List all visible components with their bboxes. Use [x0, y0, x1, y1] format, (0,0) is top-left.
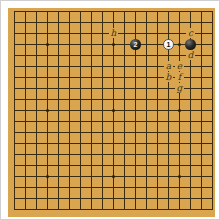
board-intersection[interactable]	[86, 61, 97, 72]
board-intersection[interactable]	[31, 39, 42, 50]
board-intersection[interactable]	[97, 160, 108, 171]
board-intersection[interactable]	[152, 61, 163, 72]
board-intersection[interactable]	[196, 61, 207, 72]
board-intersection[interactable]	[31, 6, 42, 17]
board-intersection[interactable]	[119, 61, 130, 72]
board-intersection[interactable]	[174, 138, 185, 149]
board-intersection[interactable]	[119, 171, 130, 182]
board-intersection[interactable]	[130, 17, 141, 28]
board-intersection[interactable]	[163, 193, 174, 204]
board-intersection[interactable]	[185, 6, 196, 17]
board-intersection[interactable]	[53, 94, 64, 105]
board-intersection[interactable]: h	[108, 28, 119, 39]
board-intersection[interactable]	[130, 72, 141, 83]
board-intersection[interactable]	[97, 105, 108, 116]
board-intersection[interactable]	[64, 160, 75, 171]
board-intersection[interactable]	[207, 204, 218, 215]
board-intersection[interactable]	[86, 127, 97, 138]
board-intersection[interactable]	[9, 105, 20, 116]
board-intersection[interactable]	[130, 204, 141, 215]
board-intersection[interactable]	[207, 28, 218, 39]
board-intersection[interactable]	[97, 83, 108, 94]
board-intersection[interactable]	[207, 127, 218, 138]
board-intersection[interactable]	[97, 182, 108, 193]
board-intersection[interactable]	[20, 17, 31, 28]
board-intersection[interactable]	[86, 105, 97, 116]
board-intersection[interactable]: d	[185, 50, 196, 61]
board-intersection[interactable]	[64, 193, 75, 204]
black-stone-2[interactable]: 2	[130, 39, 141, 50]
board-intersection[interactable]	[64, 6, 75, 17]
board-intersection[interactable]	[75, 72, 86, 83]
board-intersection[interactable]: f	[174, 72, 185, 83]
board-intersection[interactable]	[141, 193, 152, 204]
board-intersection[interactable]	[130, 94, 141, 105]
board-intersection[interactable]	[53, 28, 64, 39]
board-intersection[interactable]	[130, 83, 141, 94]
board-intersection[interactable]	[108, 39, 119, 50]
board-intersection[interactable]	[53, 105, 64, 116]
board-intersection[interactable]	[163, 28, 174, 39]
board-intersection[interactable]	[9, 39, 20, 50]
board-intersection[interactable]	[53, 193, 64, 204]
board-intersection[interactable]	[53, 39, 64, 50]
board-intersection[interactable]	[196, 6, 207, 17]
board-intersection[interactable]	[174, 204, 185, 215]
board-intersection[interactable]	[42, 127, 53, 138]
board-intersection[interactable]	[42, 50, 53, 61]
board-intersection[interactable]	[163, 6, 174, 17]
board-intersection[interactable]	[108, 72, 119, 83]
board-intersection[interactable]	[108, 94, 119, 105]
board-intersection[interactable]	[152, 94, 163, 105]
board-intersection[interactable]	[130, 61, 141, 72]
board-intersection[interactable]	[196, 83, 207, 94]
board-intersection[interactable]	[207, 193, 218, 204]
board-intersection[interactable]	[207, 182, 218, 193]
board-intersection[interactable]	[42, 83, 53, 94]
board-intersection[interactable]	[53, 116, 64, 127]
board-intersection[interactable]	[97, 28, 108, 39]
board-intersection[interactable]	[196, 182, 207, 193]
board-intersection[interactable]	[42, 160, 53, 171]
board-intersection[interactable]	[119, 39, 130, 50]
board-intersection[interactable]	[108, 193, 119, 204]
board-intersection[interactable]	[185, 193, 196, 204]
board-intersection[interactable]	[42, 171, 53, 182]
board-intersection[interactable]	[9, 127, 20, 138]
board-intersection[interactable]	[196, 138, 207, 149]
board-intersection[interactable]	[130, 182, 141, 193]
board-intersection[interactable]	[64, 17, 75, 28]
board-intersection[interactable]	[53, 50, 64, 61]
board-intersection[interactable]	[53, 182, 64, 193]
board-intersection[interactable]	[97, 193, 108, 204]
board-intersection[interactable]	[119, 83, 130, 94]
board-intersection[interactable]	[97, 127, 108, 138]
black-stone[interactable]	[185, 39, 196, 50]
board-intersection[interactable]	[86, 50, 97, 61]
board-intersection[interactable]	[207, 105, 218, 116]
board-intersection[interactable]	[163, 138, 174, 149]
board-intersection[interactable]	[163, 116, 174, 127]
board-intersection[interactable]	[31, 61, 42, 72]
board-intersection[interactable]	[185, 127, 196, 138]
board-intersection[interactable]	[53, 61, 64, 72]
board-intersection[interactable]	[141, 171, 152, 182]
board-intersection[interactable]	[31, 160, 42, 171]
board-intersection[interactable]	[174, 50, 185, 61]
board-intersection[interactable]	[20, 28, 31, 39]
board-intersection[interactable]	[207, 6, 218, 17]
board-intersection[interactable]	[119, 127, 130, 138]
board-intersection[interactable]	[75, 204, 86, 215]
board-intersection[interactable]	[108, 83, 119, 94]
board-intersection[interactable]	[75, 50, 86, 61]
board-intersection[interactable]	[75, 171, 86, 182]
board-intersection[interactable]	[163, 17, 174, 28]
board-intersection[interactable]	[196, 94, 207, 105]
board-intersection[interactable]	[185, 171, 196, 182]
board-intersection[interactable]	[53, 127, 64, 138]
board-intersection[interactable]	[196, 149, 207, 160]
board-intersection[interactable]	[130, 160, 141, 171]
board-intersection[interactable]	[152, 72, 163, 83]
board-intersection[interactable]	[119, 50, 130, 61]
board-intersection[interactable]	[119, 6, 130, 17]
board-intersection[interactable]	[31, 204, 42, 215]
board-intersection[interactable]	[75, 17, 86, 28]
board-intersection[interactable]	[141, 127, 152, 138]
board-intersection[interactable]	[86, 182, 97, 193]
board-intersection[interactable]	[163, 94, 174, 105]
board-intersection[interactable]	[152, 39, 163, 50]
move-option-label-d[interactable]: d	[186, 50, 195, 60]
board-intersection[interactable]	[163, 83, 174, 94]
board-intersection[interactable]	[207, 39, 218, 50]
move-option-label-f[interactable]: f	[175, 72, 184, 82]
board-intersection[interactable]	[20, 160, 31, 171]
board-intersection[interactable]	[9, 149, 20, 160]
board-intersection[interactable]	[163, 149, 174, 160]
board-intersection[interactable]	[130, 105, 141, 116]
board-intersection[interactable]	[207, 72, 218, 83]
board-intersection[interactable]	[64, 28, 75, 39]
board-intersection[interactable]	[20, 116, 31, 127]
board-intersection[interactable]	[86, 193, 97, 204]
board-intersection[interactable]	[75, 149, 86, 160]
board-intersection[interactable]	[196, 127, 207, 138]
board-intersection[interactable]	[31, 127, 42, 138]
board-intersection[interactable]	[119, 182, 130, 193]
board-intersection[interactable]	[9, 28, 20, 39]
board-intersection[interactable]	[141, 83, 152, 94]
board-intersection[interactable]	[75, 61, 86, 72]
board-intersection[interactable]	[20, 94, 31, 105]
board-intersection[interactable]	[42, 105, 53, 116]
board-intersection[interactable]: g	[174, 83, 185, 94]
board-intersection[interactable]	[152, 6, 163, 17]
board-intersection[interactable]	[207, 83, 218, 94]
board-intersection[interactable]	[20, 127, 31, 138]
board-intersection[interactable]	[20, 171, 31, 182]
board-intersection[interactable]	[86, 160, 97, 171]
board-intersection[interactable]	[31, 94, 42, 105]
board-intersection[interactable]	[53, 149, 64, 160]
board-intersection[interactable]	[64, 149, 75, 160]
board-intersection[interactable]	[20, 6, 31, 17]
board-intersection[interactable]	[207, 17, 218, 28]
board-intersection[interactable]	[141, 160, 152, 171]
board-intersection[interactable]	[152, 149, 163, 160]
board-intersection[interactable]	[86, 138, 97, 149]
board-intersection[interactable]	[130, 50, 141, 61]
board-intersection[interactable]	[20, 105, 31, 116]
board-intersection[interactable]	[185, 138, 196, 149]
board-intersection[interactable]	[53, 160, 64, 171]
board-intersection[interactable]	[108, 138, 119, 149]
board-intersection[interactable]	[196, 204, 207, 215]
board-intersection[interactable]	[64, 127, 75, 138]
board-intersection[interactable]	[152, 127, 163, 138]
board-intersection[interactable]	[130, 28, 141, 39]
board-intersection[interactable]	[141, 204, 152, 215]
board-intersection[interactable]	[185, 83, 196, 94]
board-intersection[interactable]	[86, 6, 97, 17]
board-intersection[interactable]	[152, 28, 163, 39]
board-intersection[interactable]	[163, 127, 174, 138]
board-intersection[interactable]	[119, 94, 130, 105]
board-intersection[interactable]	[119, 204, 130, 215]
board-intersection[interactable]	[141, 50, 152, 61]
board-intersection[interactable]	[174, 17, 185, 28]
board-intersection[interactable]	[152, 50, 163, 61]
board-intersection[interactable]	[86, 72, 97, 83]
board-intersection[interactable]	[64, 61, 75, 72]
board-intersection[interactable]	[174, 160, 185, 171]
move-option-label-c[interactable]: c	[186, 28, 195, 38]
board-intersection[interactable]	[108, 116, 119, 127]
board-intersection[interactable]	[185, 204, 196, 215]
board-intersection[interactable]	[163, 160, 174, 171]
board-intersection[interactable]	[97, 94, 108, 105]
board-intersection[interactable]	[174, 28, 185, 39]
board-intersection[interactable]	[42, 94, 53, 105]
move-option-label-g[interactable]: g	[175, 83, 184, 93]
board-intersection[interactable]	[119, 149, 130, 160]
board-intersection[interactable]	[207, 116, 218, 127]
board-intersection[interactable]	[64, 171, 75, 182]
board-intersection[interactable]	[64, 50, 75, 61]
board-intersection[interactable]	[75, 28, 86, 39]
board-intersection[interactable]	[97, 116, 108, 127]
white-stone-1[interactable]: 1	[163, 39, 174, 50]
board-intersection[interactable]	[207, 94, 218, 105]
move-option-label-h[interactable]: h	[109, 28, 118, 38]
board-intersection[interactable]	[75, 160, 86, 171]
board-intersection[interactable]	[141, 61, 152, 72]
board-intersection[interactable]	[119, 160, 130, 171]
board-intersection[interactable]	[42, 39, 53, 50]
board-intersection[interactable]: c	[185, 28, 196, 39]
board-intersection[interactable]	[97, 50, 108, 61]
board-intersection[interactable]	[9, 83, 20, 94]
board-intersection[interactable]	[20, 149, 31, 160]
board-intersection[interactable]: a	[163, 61, 174, 72]
board-intersection[interactable]	[163, 204, 174, 215]
board-intersection[interactable]	[108, 160, 119, 171]
board-intersection[interactable]	[141, 72, 152, 83]
board-intersection[interactable]	[64, 39, 75, 50]
board-intersection[interactable]	[9, 182, 20, 193]
board-intersection[interactable]	[53, 6, 64, 17]
board-intersection[interactable]	[108, 127, 119, 138]
board-intersection[interactable]	[42, 149, 53, 160]
board-intersection[interactable]	[97, 6, 108, 17]
board-intersection[interactable]	[86, 39, 97, 50]
board-intersection[interactable]	[185, 105, 196, 116]
board-intersection[interactable]	[196, 116, 207, 127]
board-intersection[interactable]	[42, 193, 53, 204]
board-intersection[interactable]	[53, 17, 64, 28]
board-intersection[interactable]	[152, 193, 163, 204]
board-intersection[interactable]	[174, 171, 185, 182]
board-intersection[interactable]	[86, 83, 97, 94]
board-intersection[interactable]	[20, 50, 31, 61]
board-intersection[interactable]: b	[163, 72, 174, 83]
board-intersection[interactable]	[42, 61, 53, 72]
board-intersection[interactable]	[20, 83, 31, 94]
board-intersection[interactable]	[174, 193, 185, 204]
board-intersection[interactable]	[86, 94, 97, 105]
board-intersection[interactable]	[130, 127, 141, 138]
board-intersection[interactable]	[64, 83, 75, 94]
board-intersection[interactable]	[9, 193, 20, 204]
board-intersection[interactable]	[174, 127, 185, 138]
board-intersection[interactable]	[20, 182, 31, 193]
board-intersection[interactable]	[207, 160, 218, 171]
board-intersection[interactable]	[152, 138, 163, 149]
board-intersection[interactable]	[185, 182, 196, 193]
board-intersection[interactable]	[9, 204, 20, 215]
board-intersection[interactable]	[196, 28, 207, 39]
board-intersection[interactable]	[152, 204, 163, 215]
board-intersection[interactable]	[97, 72, 108, 83]
board-intersection[interactable]	[141, 182, 152, 193]
board-intersection[interactable]	[174, 39, 185, 50]
board-intersection[interactable]	[163, 105, 174, 116]
board-intersection[interactable]	[75, 6, 86, 17]
board-intersection[interactable]	[152, 83, 163, 94]
board-intersection[interactable]	[196, 193, 207, 204]
board-intersection[interactable]	[108, 204, 119, 215]
board-intersection[interactable]: 1	[163, 39, 174, 50]
board-intersection[interactable]	[130, 193, 141, 204]
move-option-label-a[interactable]: a	[164, 61, 173, 71]
board-intersection[interactable]	[64, 138, 75, 149]
board-intersection[interactable]	[9, 138, 20, 149]
board-intersection[interactable]	[86, 116, 97, 127]
board-intersection[interactable]	[97, 204, 108, 215]
board-intersection[interactable]	[97, 61, 108, 72]
board-intersection[interactable]	[119, 72, 130, 83]
board-intersection[interactable]	[86, 204, 97, 215]
board-intersection[interactable]	[130, 171, 141, 182]
board-intersection[interactable]	[75, 105, 86, 116]
board-intersection[interactable]	[185, 72, 196, 83]
board-intersection[interactable]	[163, 50, 174, 61]
board-intersection[interactable]	[141, 138, 152, 149]
board-intersection[interactable]	[64, 72, 75, 83]
board-intersection[interactable]	[31, 17, 42, 28]
board-intersection[interactable]	[185, 116, 196, 127]
board-intersection[interactable]	[86, 149, 97, 160]
board-intersection[interactable]	[9, 171, 20, 182]
board-intersection[interactable]	[64, 204, 75, 215]
move-option-label-b[interactable]: b	[164, 72, 173, 82]
board-intersection[interactable]	[31, 182, 42, 193]
board-intersection[interactable]	[196, 17, 207, 28]
board-intersection[interactable]	[119, 116, 130, 127]
board-intersection[interactable]	[130, 116, 141, 127]
board-intersection[interactable]	[196, 72, 207, 83]
board-intersection[interactable]	[97, 149, 108, 160]
board-intersection[interactable]	[31, 28, 42, 39]
board-intersection[interactable]	[196, 171, 207, 182]
board-intersection[interactable]	[20, 39, 31, 50]
move-option-label-e[interactable]: e	[175, 61, 184, 71]
board-intersection[interactable]	[207, 138, 218, 149]
board-intersection[interactable]	[42, 204, 53, 215]
board-intersection[interactable]	[130, 138, 141, 149]
board-intersection[interactable]	[163, 182, 174, 193]
board-intersection[interactable]	[119, 28, 130, 39]
board-intersection[interactable]	[141, 116, 152, 127]
board-intersection[interactable]	[196, 50, 207, 61]
board-intersection[interactable]	[97, 17, 108, 28]
board-intersection[interactable]	[9, 160, 20, 171]
board-intersection[interactable]	[9, 61, 20, 72]
board-intersection[interactable]	[75, 116, 86, 127]
board-intersection[interactable]	[185, 94, 196, 105]
board-intersection[interactable]	[42, 6, 53, 17]
board-intersection[interactable]	[64, 116, 75, 127]
board-intersection[interactable]	[185, 61, 196, 72]
board-intersection[interactable]	[152, 182, 163, 193]
board-intersection[interactable]	[141, 17, 152, 28]
board-intersection[interactable]	[152, 171, 163, 182]
board-intersection[interactable]	[31, 72, 42, 83]
board-intersection[interactable]	[185, 17, 196, 28]
board-intersection[interactable]	[31, 50, 42, 61]
board-intersection[interactable]	[75, 83, 86, 94]
board-intersection[interactable]	[185, 39, 196, 50]
board-intersection[interactable]	[53, 204, 64, 215]
board-intersection[interactable]	[152, 116, 163, 127]
board-intersection[interactable]	[207, 171, 218, 182]
board-intersection[interactable]	[130, 149, 141, 160]
board-intersection[interactable]	[119, 105, 130, 116]
board-intersection[interactable]	[108, 171, 119, 182]
board-intersection[interactable]	[207, 149, 218, 160]
board-intersection[interactable]	[20, 204, 31, 215]
board-intersection[interactable]	[20, 72, 31, 83]
board-intersection[interactable]	[86, 28, 97, 39]
board-intersection[interactable]	[9, 94, 20, 105]
board-intersection[interactable]	[130, 6, 141, 17]
board-intersection[interactable]	[9, 116, 20, 127]
board-intersection[interactable]	[42, 116, 53, 127]
